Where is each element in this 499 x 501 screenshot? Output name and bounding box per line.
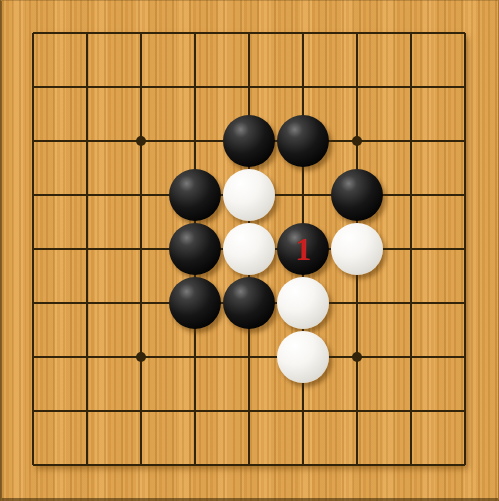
intersection-6-7[interactable] <box>276 330 330 384</box>
intersection-3-9[interactable] <box>114 438 168 492</box>
intersection-1-6[interactable] <box>6 276 60 330</box>
intersection-5-6[interactable] <box>222 276 276 330</box>
intersection-3-6[interactable] <box>114 276 168 330</box>
intersection-1-1[interactable] <box>6 6 60 60</box>
intersection-1-9[interactable] <box>6 438 60 492</box>
intersection-6-3[interactable] <box>276 114 330 168</box>
intersection-5-3[interactable] <box>222 114 276 168</box>
intersection-1-4[interactable] <box>6 168 60 222</box>
intersection-1-8[interactable] <box>6 384 60 438</box>
intersection-6-8[interactable] <box>276 384 330 438</box>
intersection-8-1[interactable] <box>384 6 438 60</box>
intersection-5-4[interactable] <box>222 168 276 222</box>
black-stone <box>223 115 275 167</box>
intersection-9-3[interactable] <box>438 114 492 168</box>
intersection-3-7[interactable] <box>114 330 168 384</box>
intersection-1-3[interactable] <box>6 114 60 168</box>
go-board: 1 <box>6 6 492 492</box>
intersection-9-5[interactable] <box>438 222 492 276</box>
intersection-2-3[interactable] <box>60 114 114 168</box>
intersection-3-3[interactable] <box>114 114 168 168</box>
star-point <box>352 136 362 146</box>
intersection-8-9[interactable] <box>384 438 438 492</box>
black-stone <box>169 169 221 221</box>
black-stone <box>223 277 275 329</box>
intersection-3-4[interactable] <box>114 168 168 222</box>
intersection-2-5[interactable] <box>60 222 114 276</box>
go-board-screenshot: 1 <box>0 0 499 501</box>
intersection-8-5[interactable] <box>384 222 438 276</box>
intersection-5-1[interactable] <box>222 6 276 60</box>
intersection-9-1[interactable] <box>438 6 492 60</box>
intersection-7-1[interactable] <box>330 6 384 60</box>
intersection-4-5[interactable] <box>168 222 222 276</box>
intersection-9-4[interactable] <box>438 168 492 222</box>
intersection-3-5[interactable] <box>114 222 168 276</box>
intersection-9-7[interactable] <box>438 330 492 384</box>
intersection-6-1[interactable] <box>276 6 330 60</box>
intersection-8-6[interactable] <box>384 276 438 330</box>
intersection-4-2[interactable] <box>168 60 222 114</box>
white-stone <box>277 331 329 383</box>
intersection-6-4[interactable] <box>276 168 330 222</box>
intersection-7-3[interactable] <box>330 114 384 168</box>
black-stone <box>169 223 221 275</box>
intersection-8-8[interactable] <box>384 384 438 438</box>
intersection-6-2[interactable] <box>276 60 330 114</box>
intersection-4-7[interactable] <box>168 330 222 384</box>
black-stone: 1 <box>277 223 329 275</box>
intersection-2-7[interactable] <box>60 330 114 384</box>
intersection-7-5[interactable] <box>330 222 384 276</box>
intersection-7-9[interactable] <box>330 438 384 492</box>
black-stone <box>331 169 383 221</box>
star-point <box>136 352 146 362</box>
intersection-8-3[interactable] <box>384 114 438 168</box>
intersection-1-2[interactable] <box>6 60 60 114</box>
white-stone <box>223 169 275 221</box>
intersection-5-5[interactable] <box>222 222 276 276</box>
intersection-2-1[interactable] <box>60 6 114 60</box>
white-stone <box>331 223 383 275</box>
black-stone <box>169 277 221 329</box>
intersection-8-4[interactable] <box>384 168 438 222</box>
intersection-8-7[interactable] <box>384 330 438 384</box>
intersection-4-1[interactable] <box>168 6 222 60</box>
intersection-4-9[interactable] <box>168 438 222 492</box>
intersection-2-8[interactable] <box>60 384 114 438</box>
intersection-1-5[interactable] <box>6 222 60 276</box>
intersection-4-6[interactable] <box>168 276 222 330</box>
white-stone <box>277 277 329 329</box>
intersection-5-7[interactable] <box>222 330 276 384</box>
intersection-6-6[interactable] <box>276 276 330 330</box>
intersection-4-8[interactable] <box>168 384 222 438</box>
intersection-7-7[interactable] <box>330 330 384 384</box>
intersection-5-8[interactable] <box>222 384 276 438</box>
intersection-7-8[interactable] <box>330 384 384 438</box>
intersection-4-3[interactable] <box>168 114 222 168</box>
intersection-2-9[interactable] <box>60 438 114 492</box>
intersection-6-5[interactable]: 1 <box>276 222 330 276</box>
intersection-7-6[interactable] <box>330 276 384 330</box>
intersection-1-7[interactable] <box>6 330 60 384</box>
intersection-5-9[interactable] <box>222 438 276 492</box>
intersection-4-4[interactable] <box>168 168 222 222</box>
intersection-3-1[interactable] <box>114 6 168 60</box>
intersection-2-2[interactable] <box>60 60 114 114</box>
intersection-9-9[interactable] <box>438 438 492 492</box>
intersection-9-6[interactable] <box>438 276 492 330</box>
intersection-9-8[interactable] <box>438 384 492 438</box>
move-number-label: 1 <box>295 233 311 265</box>
star-point <box>136 136 146 146</box>
intersection-9-2[interactable] <box>438 60 492 114</box>
intersection-5-2[interactable] <box>222 60 276 114</box>
intersection-2-4[interactable] <box>60 168 114 222</box>
intersection-3-2[interactable] <box>114 60 168 114</box>
star-point <box>352 352 362 362</box>
intersection-2-6[interactable] <box>60 276 114 330</box>
intersection-7-2[interactable] <box>330 60 384 114</box>
intersection-6-9[interactable] <box>276 438 330 492</box>
white-stone <box>223 223 275 275</box>
black-stone <box>277 115 329 167</box>
intersection-7-4[interactable] <box>330 168 384 222</box>
intersection-3-8[interactable] <box>114 384 168 438</box>
intersection-8-2[interactable] <box>384 60 438 114</box>
